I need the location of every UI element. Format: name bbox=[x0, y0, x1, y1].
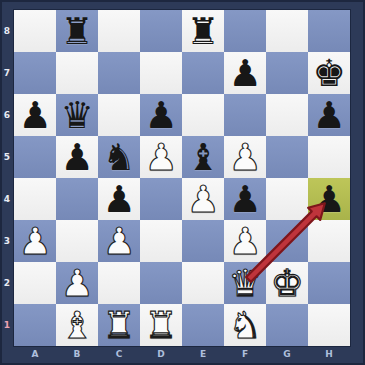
square-a5[interactable] bbox=[14, 136, 56, 178]
white-queen[interactable]: ♛ bbox=[224, 262, 266, 304]
square-d6[interactable]: ♟ bbox=[140, 94, 182, 136]
black-rook[interactable]: ♜ bbox=[56, 10, 98, 52]
square-c6[interactable] bbox=[98, 94, 140, 136]
square-g7[interactable] bbox=[266, 52, 308, 94]
rank-labels: 87654321 bbox=[0, 10, 14, 346]
black-pawn[interactable]: ♟ bbox=[224, 178, 266, 220]
square-a7[interactable] bbox=[14, 52, 56, 94]
square-h7[interactable]: ♚ bbox=[308, 52, 350, 94]
square-f2[interactable]: ♛ bbox=[224, 262, 266, 304]
square-a1[interactable] bbox=[14, 304, 56, 346]
square-h1[interactable] bbox=[308, 304, 350, 346]
square-b8[interactable]: ♜ bbox=[56, 10, 98, 52]
square-a3[interactable]: ♟ bbox=[14, 220, 56, 262]
white-pawn[interactable]: ♟ bbox=[140, 136, 182, 178]
square-f7[interactable]: ♟ bbox=[224, 52, 266, 94]
white-pawn[interactable]: ♟ bbox=[224, 220, 266, 262]
rank-label-4: 4 bbox=[0, 178, 14, 220]
square-a2[interactable] bbox=[14, 262, 56, 304]
square-b3[interactable] bbox=[56, 220, 98, 262]
white-pawn[interactable]: ♟ bbox=[56, 262, 98, 304]
black-pawn[interactable]: ♟ bbox=[224, 52, 266, 94]
square-e3[interactable] bbox=[182, 220, 224, 262]
square-e4[interactable]: ♟ bbox=[182, 178, 224, 220]
black-queen[interactable]: ♛ bbox=[56, 94, 98, 136]
white-pawn[interactable]: ♟ bbox=[98, 220, 140, 262]
rank-label-8: 8 bbox=[0, 10, 14, 52]
square-g4[interactable] bbox=[266, 178, 308, 220]
black-king[interactable]: ♚ bbox=[308, 52, 350, 94]
square-f4[interactable]: ♟ bbox=[224, 178, 266, 220]
square-g2[interactable]: ♚ bbox=[266, 262, 308, 304]
white-rook[interactable]: ♜ bbox=[140, 304, 182, 346]
square-d5[interactable]: ♟ bbox=[140, 136, 182, 178]
black-pawn[interactable]: ♟ bbox=[98, 178, 140, 220]
file-labels: ABCDEFGH bbox=[14, 346, 350, 365]
file-label-b: B bbox=[56, 346, 98, 365]
white-bishop[interactable]: ♝ bbox=[56, 304, 98, 346]
square-e1[interactable] bbox=[182, 304, 224, 346]
black-pawn[interactable]: ♟ bbox=[308, 94, 350, 136]
white-rook[interactable]: ♜ bbox=[98, 304, 140, 346]
square-h3[interactable] bbox=[308, 220, 350, 262]
square-g3[interactable] bbox=[266, 220, 308, 262]
black-rook[interactable]: ♜ bbox=[182, 10, 224, 52]
square-c7[interactable] bbox=[98, 52, 140, 94]
square-f8[interactable] bbox=[224, 10, 266, 52]
white-knight[interactable]: ♞ bbox=[224, 304, 266, 346]
white-pawn[interactable]: ♟ bbox=[224, 136, 266, 178]
square-b2[interactable]: ♟ bbox=[56, 262, 98, 304]
square-g6[interactable] bbox=[266, 94, 308, 136]
square-f5[interactable]: ♟ bbox=[224, 136, 266, 178]
rank-label-6: 6 bbox=[0, 94, 14, 136]
square-a8[interactable] bbox=[14, 10, 56, 52]
square-d2[interactable] bbox=[140, 262, 182, 304]
file-label-d: D bbox=[140, 346, 182, 365]
square-d3[interactable] bbox=[140, 220, 182, 262]
rank-label-3: 3 bbox=[0, 220, 14, 262]
black-knight[interactable]: ♞ bbox=[98, 136, 140, 178]
square-f1[interactable]: ♞ bbox=[224, 304, 266, 346]
square-a4[interactable] bbox=[14, 178, 56, 220]
black-pawn[interactable]: ♟ bbox=[14, 94, 56, 136]
square-g1[interactable] bbox=[266, 304, 308, 346]
square-h6[interactable]: ♟ bbox=[308, 94, 350, 136]
square-e7[interactable] bbox=[182, 52, 224, 94]
square-d7[interactable] bbox=[140, 52, 182, 94]
file-label-f: F bbox=[224, 346, 266, 365]
black-pawn[interactable]: ♟ bbox=[140, 94, 182, 136]
square-h5[interactable] bbox=[308, 136, 350, 178]
file-label-a: A bbox=[14, 346, 56, 365]
square-b5[interactable]: ♟ bbox=[56, 136, 98, 178]
square-h8[interactable] bbox=[308, 10, 350, 52]
black-bishop[interactable]: ♝ bbox=[182, 136, 224, 178]
square-b7[interactable] bbox=[56, 52, 98, 94]
white-pawn[interactable]: ♟ bbox=[182, 178, 224, 220]
black-pawn[interactable]: ♟ bbox=[308, 178, 350, 220]
square-f6[interactable] bbox=[224, 94, 266, 136]
file-label-g: G bbox=[266, 346, 308, 365]
square-g5[interactable] bbox=[266, 136, 308, 178]
rank-label-7: 7 bbox=[0, 52, 14, 94]
square-e6[interactable] bbox=[182, 94, 224, 136]
square-c3[interactable]: ♟ bbox=[98, 220, 140, 262]
square-c5[interactable]: ♞ bbox=[98, 136, 140, 178]
square-a6[interactable]: ♟ bbox=[14, 94, 56, 136]
square-d1[interactable]: ♜ bbox=[140, 304, 182, 346]
square-e5[interactable]: ♝ bbox=[182, 136, 224, 178]
square-e8[interactable]: ♜ bbox=[182, 10, 224, 52]
white-pawn[interactable]: ♟ bbox=[14, 220, 56, 262]
file-label-h: H bbox=[308, 346, 350, 365]
rank-label-1: 1 bbox=[0, 304, 14, 346]
square-e2[interactable] bbox=[182, 262, 224, 304]
square-c2[interactable] bbox=[98, 262, 140, 304]
square-c4[interactable]: ♟ bbox=[98, 178, 140, 220]
rank-label-2: 2 bbox=[0, 262, 14, 304]
chess-board-frame: 87654321 ABCDEFGH ♜♜♟♚♟♛♟♟♟♞♟♝♟♟♟♟♟♟♟♟♟♛… bbox=[0, 0, 365, 365]
square-b4[interactable] bbox=[56, 178, 98, 220]
black-pawn[interactable]: ♟ bbox=[56, 136, 98, 178]
square-d4[interactable] bbox=[140, 178, 182, 220]
square-c1[interactable]: ♜ bbox=[98, 304, 140, 346]
square-h2[interactable] bbox=[308, 262, 350, 304]
square-c8[interactable] bbox=[98, 10, 140, 52]
square-b1[interactable]: ♝ bbox=[56, 304, 98, 346]
chess-board[interactable]: ♜♜♟♚♟♛♟♟♟♞♟♝♟♟♟♟♟♟♟♟♟♛♚♝♜♜♞ bbox=[14, 10, 350, 346]
rank-label-5: 5 bbox=[0, 136, 14, 178]
file-label-e: E bbox=[182, 346, 224, 365]
square-g8[interactable] bbox=[266, 10, 308, 52]
square-d8[interactable] bbox=[140, 10, 182, 52]
square-b6[interactable]: ♛ bbox=[56, 94, 98, 136]
square-h4[interactable]: ♟ bbox=[308, 178, 350, 220]
square-f3[interactable]: ♟ bbox=[224, 220, 266, 262]
white-king[interactable]: ♚ bbox=[266, 262, 308, 304]
file-label-c: C bbox=[98, 346, 140, 365]
